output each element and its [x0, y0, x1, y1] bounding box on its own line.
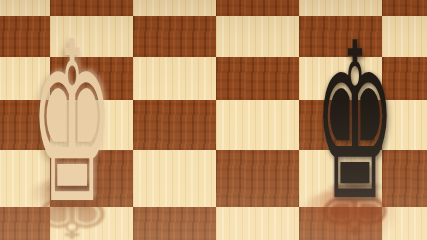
board-square: [216, 150, 299, 207]
board-square: [216, 207, 299, 240]
white-king[interactable]: ♚: [25, 12, 118, 234]
black-king[interactable]: ♚: [310, 15, 401, 231]
board-square: [216, 100, 299, 150]
board-square: [216, 57, 299, 100]
board-square: [133, 207, 216, 240]
board-square: [216, 16, 299, 57]
board-square: [133, 100, 216, 150]
board-square: [133, 57, 216, 100]
board-square: [133, 16, 216, 57]
board-square: [216, 0, 299, 16]
chessboard-photo: ♚ ♚ ♚ ♚: [0, 0, 427, 240]
board-square: [133, 150, 216, 207]
board-square: [133, 0, 216, 16]
